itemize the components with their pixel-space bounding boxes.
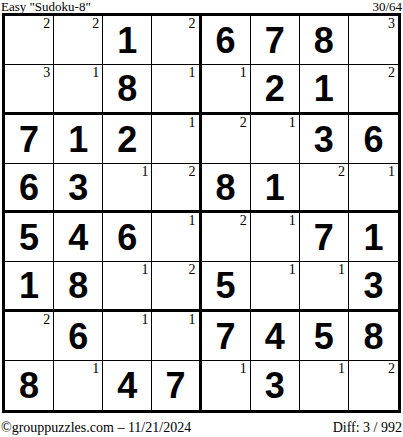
cell-r5c5[interactable]: 2	[202, 213, 251, 262]
corner-mark: 3	[43, 65, 50, 80]
given-digit: 6	[202, 16, 250, 64]
corner-mark: 2	[189, 164, 196, 179]
cell-r2c6: 2	[251, 65, 300, 114]
sudoku-board: 2212678331811212712121366312812154612171…	[2, 13, 401, 413]
cell-r6c5: 5	[202, 262, 251, 311]
given-digit: 1	[251, 164, 299, 210]
corner-mark: 2	[388, 361, 395, 376]
cell-r7c7: 5	[300, 312, 349, 361]
given-digit: 6	[54, 312, 102, 360]
corner-mark: 1	[289, 262, 296, 277]
corner-mark: 1	[92, 361, 99, 376]
corner-mark: 1	[92, 65, 99, 80]
corner-mark: 2	[189, 262, 196, 277]
corner-mark: 2	[240, 115, 247, 130]
cell-r4c1: 6	[5, 164, 54, 213]
corner-mark: 3	[388, 16, 395, 31]
cell-r4c8[interactable]: 1	[349, 164, 398, 213]
cell-r4c4[interactable]: 2	[152, 164, 201, 213]
cell-r2c7: 1	[300, 65, 349, 114]
given-digit: 7	[5, 115, 53, 163]
copyright-text: ©grouppuzzles.com – 11/21/2024	[1, 420, 191, 435]
corner-mark: 1	[338, 262, 345, 277]
cell-r8c1: 8	[5, 361, 54, 410]
cell-r3c4[interactable]: 1	[152, 115, 201, 164]
cell-r4c2: 3	[54, 164, 103, 213]
footer: ©grouppuzzles.com – 11/21/2024 Diff: 3 /…	[0, 420, 403, 435]
cell-r6c3[interactable]: 1	[103, 262, 152, 311]
empty-cell-counter: 30/64	[372, 0, 402, 13]
cell-r8c5[interactable]: 1	[202, 361, 251, 410]
cell-r2c5[interactable]: 1	[202, 65, 251, 114]
cell-r7c5: 7	[202, 312, 251, 361]
given-digit: 8	[202, 164, 250, 210]
cell-r4c6: 1	[251, 164, 300, 213]
given-digit: 8	[300, 16, 348, 64]
given-digit: 7	[202, 312, 250, 360]
corner-mark: 2	[43, 312, 50, 327]
puzzle-page: Easy "Sudoku-8" 30/64 221267833181121271…	[0, 0, 403, 437]
given-digit: 7	[251, 16, 299, 64]
cell-r4c3[interactable]: 1	[103, 164, 152, 213]
cell-r3c6[interactable]: 1	[251, 115, 300, 164]
header: Easy "Sudoku-8" 30/64	[0, 0, 403, 13]
corner-mark: 1	[289, 115, 296, 130]
cell-r2c8[interactable]: 2	[349, 65, 398, 114]
given-digit: 1	[5, 262, 53, 308]
cell-r8c7[interactable]: 1	[300, 361, 349, 410]
cell-r8c2[interactable]: 1	[54, 361, 103, 410]
corner-mark: 2	[92, 16, 99, 31]
given-digit: 3	[300, 115, 348, 163]
cell-r8c3: 4	[103, 361, 152, 410]
cell-r1c3: 1	[103, 16, 152, 65]
cell-r2c1[interactable]: 3	[5, 65, 54, 114]
given-digit: 5	[202, 262, 250, 308]
cell-r7c4[interactable]: 1	[152, 312, 201, 361]
given-digit: 8	[103, 65, 151, 111]
cell-r8c6: 3	[251, 361, 300, 410]
cell-r8c8[interactable]: 2	[349, 361, 398, 410]
given-digit: 4	[251, 312, 299, 360]
cell-r1c6: 7	[251, 16, 300, 65]
given-digit: 1	[54, 115, 102, 163]
corner-mark: 1	[141, 262, 148, 277]
difficulty-text: Diff: 3 / 992	[333, 420, 402, 435]
cell-r6c2: 8	[54, 262, 103, 311]
puzzle-title: Easy "Sudoku-8"	[1, 0, 91, 13]
cell-r6c8: 3	[349, 262, 398, 311]
given-digit: 6	[5, 164, 53, 210]
given-digit: 6	[103, 213, 151, 261]
cell-r1c2[interactable]: 2	[54, 16, 103, 65]
corner-mark: 1	[240, 361, 247, 376]
cell-r5c3: 6	[103, 213, 152, 262]
cell-r7c3[interactable]: 1	[103, 312, 152, 361]
given-digit: 7	[152, 361, 198, 410]
corner-mark: 1	[338, 361, 345, 376]
given-digit: 8	[349, 312, 398, 360]
corner-mark: 1	[189, 115, 196, 130]
corner-mark: 2	[388, 65, 395, 80]
given-digit: 8	[54, 262, 102, 308]
given-digit: 2	[251, 65, 299, 111]
cell-r7c6: 4	[251, 312, 300, 361]
corner-mark: 1	[141, 312, 148, 327]
given-digit: 4	[103, 361, 151, 410]
corner-mark: 2	[240, 213, 247, 228]
given-digit: 5	[300, 312, 348, 360]
cell-r3c1: 7	[5, 115, 54, 164]
cell-r3c2: 1	[54, 115, 103, 164]
cell-r8c4: 7	[152, 361, 201, 410]
cell-r1c1[interactable]: 2	[5, 16, 54, 65]
cell-r5c7: 7	[300, 213, 349, 262]
given-digit: 3	[251, 361, 299, 410]
corner-mark: 1	[388, 164, 395, 179]
corner-mark: 1	[189, 312, 196, 327]
given-digit: 1	[103, 16, 151, 64]
given-digit: 7	[300, 213, 348, 261]
corner-mark: 1	[189, 65, 196, 80]
given-digit: 6	[349, 115, 398, 163]
given-digit: 3	[349, 262, 398, 308]
cell-r2c4[interactable]: 1	[152, 65, 201, 114]
cell-r2c3: 8	[103, 65, 152, 114]
cell-r7c8: 8	[349, 312, 398, 361]
given-digit: 4	[54, 213, 102, 261]
cell-r4c7[interactable]: 2	[300, 164, 349, 213]
cell-r3c5[interactable]: 2	[202, 115, 251, 164]
cell-r5c4[interactable]: 1	[152, 213, 201, 262]
corner-mark: 2	[338, 164, 345, 179]
cell-r3c7: 3	[300, 115, 349, 164]
given-digit: 1	[300, 65, 348, 111]
cell-r6c6[interactable]: 1	[251, 262, 300, 311]
corner-mark: 1	[240, 65, 247, 80]
cell-r2c2[interactable]: 1	[54, 65, 103, 114]
given-digit: 2	[103, 115, 151, 163]
corner-mark: 1	[289, 213, 296, 228]
given-digit: 5	[5, 213, 53, 261]
cell-r6c7[interactable]: 1	[300, 262, 349, 311]
corner-mark: 2	[189, 16, 196, 31]
cell-r5c6[interactable]: 1	[251, 213, 300, 262]
cell-r5c2: 4	[54, 213, 103, 262]
cell-r1c4[interactable]: 2	[152, 16, 201, 65]
cell-r1c8[interactable]: 3	[349, 16, 398, 65]
cell-r7c1[interactable]: 2	[5, 312, 54, 361]
given-digit: 1	[349, 213, 398, 261]
given-digit: 3	[54, 164, 102, 210]
corner-mark: 1	[141, 164, 148, 179]
corner-mark: 1	[189, 213, 196, 228]
cell-r6c4[interactable]: 2	[152, 262, 201, 311]
cell-r4c5: 8	[202, 164, 251, 213]
cell-r3c8: 6	[349, 115, 398, 164]
cell-r7c2: 6	[54, 312, 103, 361]
cell-r5c1: 5	[5, 213, 54, 262]
cell-r6c1: 1	[5, 262, 54, 311]
cell-r1c7: 8	[300, 16, 349, 65]
cell-r5c8: 1	[349, 213, 398, 262]
given-digit: 8	[5, 361, 53, 410]
corner-mark: 2	[43, 16, 50, 31]
cell-r1c5: 6	[202, 16, 251, 65]
cell-r3c3: 2	[103, 115, 152, 164]
